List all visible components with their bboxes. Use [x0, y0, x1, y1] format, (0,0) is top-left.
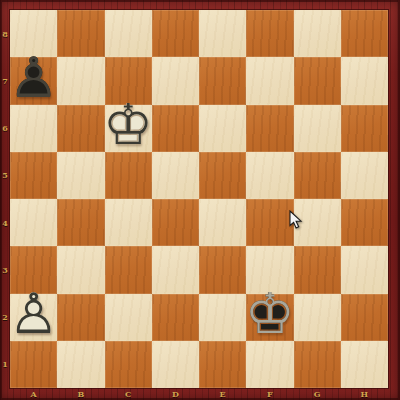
black-king-outline: ♔	[246, 291, 293, 338]
square-f7[interactable]	[246, 57, 293, 104]
rank-label-4: 4	[0, 199, 10, 246]
square-a5[interactable]	[10, 152, 57, 199]
square-e6[interactable]	[199, 105, 246, 152]
square-c1[interactable]	[105, 341, 152, 388]
square-g5[interactable]	[294, 152, 341, 199]
file-label-a: A	[10, 388, 57, 400]
square-h1[interactable]	[341, 341, 388, 388]
square-a4[interactable]	[10, 199, 57, 246]
square-a7[interactable]: ♟♙	[10, 57, 57, 104]
square-e4[interactable]	[199, 199, 246, 246]
file-label-g: G	[294, 388, 341, 400]
file-label-d: D	[152, 388, 199, 400]
square-b3[interactable]	[57, 246, 104, 293]
file-label-e: E	[199, 388, 246, 400]
square-a2[interactable]: ♟♙	[10, 294, 57, 341]
square-c5[interactable]	[105, 152, 152, 199]
square-h3[interactable]	[341, 246, 388, 293]
square-g1[interactable]	[294, 341, 341, 388]
square-e5[interactable]	[199, 152, 246, 199]
square-g3[interactable]	[294, 246, 341, 293]
square-g6[interactable]	[294, 105, 341, 152]
square-h4[interactable]	[341, 199, 388, 246]
file-labels: ABCDEFGH	[10, 388, 388, 400]
square-f4[interactable]	[246, 199, 293, 246]
square-f1[interactable]	[246, 341, 293, 388]
square-d6[interactable]	[152, 105, 199, 152]
rank-label-5: 5	[0, 152, 10, 199]
square-c4[interactable]	[105, 199, 152, 246]
square-h2[interactable]	[341, 294, 388, 341]
black-king[interactable]: ♚♔	[246, 294, 293, 341]
square-f8[interactable]	[246, 10, 293, 57]
square-h7[interactable]	[341, 57, 388, 104]
square-e8[interactable]	[199, 10, 246, 57]
square-c2[interactable]	[105, 294, 152, 341]
square-d3[interactable]	[152, 246, 199, 293]
square-b7[interactable]	[57, 57, 104, 104]
square-a1[interactable]	[10, 341, 57, 388]
square-d1[interactable]	[152, 341, 199, 388]
square-d8[interactable]	[152, 10, 199, 57]
square-d7[interactable]	[152, 57, 199, 104]
square-b4[interactable]	[57, 199, 104, 246]
square-e1[interactable]	[199, 341, 246, 388]
square-g8[interactable]	[294, 10, 341, 57]
square-c3[interactable]	[105, 246, 152, 293]
square-e2[interactable]	[199, 294, 246, 341]
square-e7[interactable]	[199, 57, 246, 104]
square-b2[interactable]	[57, 294, 104, 341]
square-g2[interactable]	[294, 294, 341, 341]
white-king[interactable]: ♚♔	[105, 105, 152, 152]
square-a6[interactable]	[10, 105, 57, 152]
square-c8[interactable]	[105, 10, 152, 57]
square-f5[interactable]	[246, 152, 293, 199]
file-label-c: C	[105, 388, 152, 400]
rank-label-6: 6	[0, 105, 10, 152]
rank-label-1: 1	[0, 341, 10, 388]
square-b5[interactable]	[57, 152, 104, 199]
chess-board[interactable]: ♟♙♚♔♟♙♚♔	[10, 10, 388, 388]
black-pawn-outline: ♙	[10, 54, 57, 101]
square-g7[interactable]	[294, 57, 341, 104]
square-c6[interactable]: ♚♔	[105, 105, 152, 152]
square-h8[interactable]	[341, 10, 388, 57]
square-h5[interactable]	[341, 152, 388, 199]
square-e3[interactable]	[199, 246, 246, 293]
black-pawn[interactable]: ♟♙	[10, 57, 57, 104]
square-f2[interactable]: ♚♔	[246, 294, 293, 341]
file-label-h: H	[341, 388, 388, 400]
file-label-f: F	[246, 388, 293, 400]
white-pawn-outline: ♙	[10, 291, 57, 338]
square-b1[interactable]	[57, 341, 104, 388]
chess-board-window: 87654321 ABCDEFGH ♟♙♚♔♟♙♚♔	[0, 0, 400, 400]
square-f6[interactable]	[246, 105, 293, 152]
square-b6[interactable]	[57, 105, 104, 152]
square-d2[interactable]	[152, 294, 199, 341]
square-h6[interactable]	[341, 105, 388, 152]
file-label-b: B	[57, 388, 104, 400]
square-g4[interactable]	[294, 199, 341, 246]
white-king-outline: ♔	[105, 102, 152, 149]
square-d5[interactable]	[152, 152, 199, 199]
square-b8[interactable]	[57, 10, 104, 57]
square-d4[interactable]	[152, 199, 199, 246]
white-pawn[interactable]: ♟♙	[10, 294, 57, 341]
